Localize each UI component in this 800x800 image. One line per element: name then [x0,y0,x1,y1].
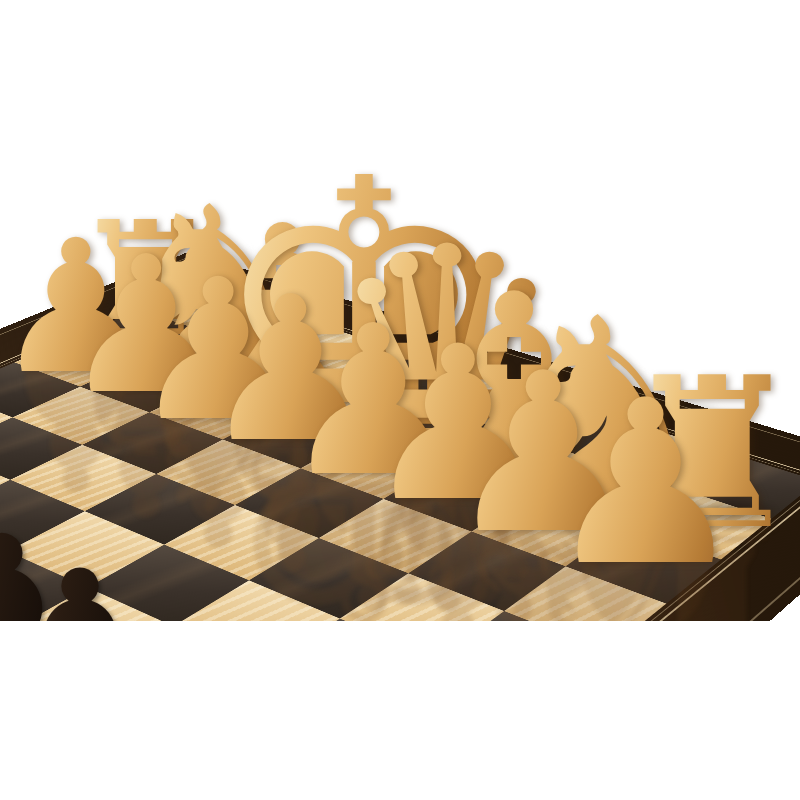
chess-piece-pawn-a7: ♟ [544,370,748,597]
chess-piece-ebony-piece-partial: ♟ [0,503,119,621]
pieces-layer: ♜♜♞♞♝♝♚♚♛♛♝♝♞♞♜♜♟♟♟♟♟♟♟♟♟♟♟♟♟♟♟♟♟♟ [0,0,800,621]
board-viewport: ♜♜♞♞♝♝♚♚♛♛♝♝♞♞♜♜♟♟♟♟♟♟♟♟♟♟♟♟♟♟♟♟♟♟ [0,0,800,621]
chess-set-photo: ♜♜♞♞♝♝♚♚♛♛♝♝♞♞♜♜♟♟♟♟♟♟♟♟♟♟♟♟♟♟♟♟♟♟ [0,0,800,800]
